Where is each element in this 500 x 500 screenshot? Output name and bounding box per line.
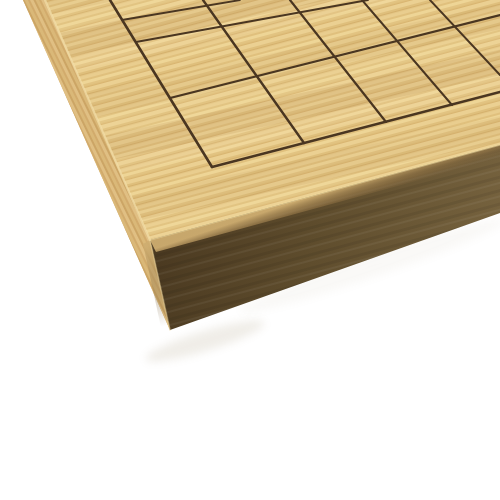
go-board-corner-photo <box>0 0 500 500</box>
screenshot-root <box>0 0 500 500</box>
